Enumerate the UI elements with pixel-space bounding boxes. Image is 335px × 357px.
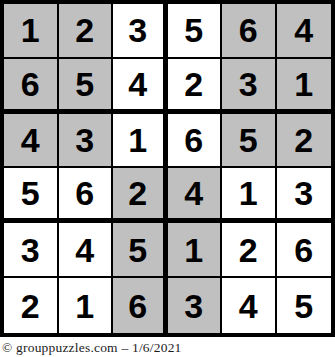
cell-r2c4: 2 bbox=[168, 59, 223, 114]
cell-r2c6: 1 bbox=[277, 59, 332, 114]
cell-r2c3: 4 bbox=[113, 59, 168, 114]
sudoku-board: 123564654231431652562413345126216345 bbox=[0, 0, 335, 337]
cell-r1c3: 3 bbox=[113, 4, 168, 59]
cell-r3c1: 4 bbox=[4, 114, 59, 169]
cell-r1c6: 4 bbox=[277, 4, 332, 59]
cell-r3c2: 3 bbox=[59, 114, 114, 169]
cell-r5c6: 6 bbox=[277, 223, 332, 278]
cell-r6c3: 6 bbox=[113, 278, 168, 333]
cell-r5c1: 3 bbox=[4, 223, 59, 278]
cell-r5c5: 2 bbox=[222, 223, 277, 278]
cell-r4c2: 6 bbox=[59, 168, 114, 223]
copyright-text: © grouppuzzles.com – 1/6/2021 bbox=[2, 340, 182, 355]
copyright-footer: © grouppuzzles.com – 1/6/2021 bbox=[2, 339, 333, 357]
cell-r3c5: 5 bbox=[222, 114, 277, 169]
cell-r5c2: 4 bbox=[59, 223, 114, 278]
cell-r4c5: 1 bbox=[222, 168, 277, 223]
cell-r6c5: 4 bbox=[222, 278, 277, 333]
cell-r2c2: 5 bbox=[59, 59, 114, 114]
cell-r4c4: 4 bbox=[168, 168, 223, 223]
cell-r6c6: 5 bbox=[277, 278, 332, 333]
cell-r1c2: 2 bbox=[59, 4, 114, 59]
cell-r6c4: 3 bbox=[168, 278, 223, 333]
cell-r5c4: 1 bbox=[168, 223, 223, 278]
cell-r4c6: 3 bbox=[277, 168, 332, 223]
cell-r3c6: 2 bbox=[277, 114, 332, 169]
cell-r6c1: 2 bbox=[4, 278, 59, 333]
cell-r3c3: 1 bbox=[113, 114, 168, 169]
cell-r1c1: 1 bbox=[4, 4, 59, 59]
cell-r3c4: 6 bbox=[168, 114, 223, 169]
cell-r1c5: 6 bbox=[222, 4, 277, 59]
cell-r6c2: 1 bbox=[59, 278, 114, 333]
cell-r1c4: 5 bbox=[168, 4, 223, 59]
cell-r2c5: 3 bbox=[222, 59, 277, 114]
cell-r5c3: 5 bbox=[113, 223, 168, 278]
cell-r4c1: 5 bbox=[4, 168, 59, 223]
cell-r4c3: 2 bbox=[113, 168, 168, 223]
cell-r2c1: 6 bbox=[4, 59, 59, 114]
